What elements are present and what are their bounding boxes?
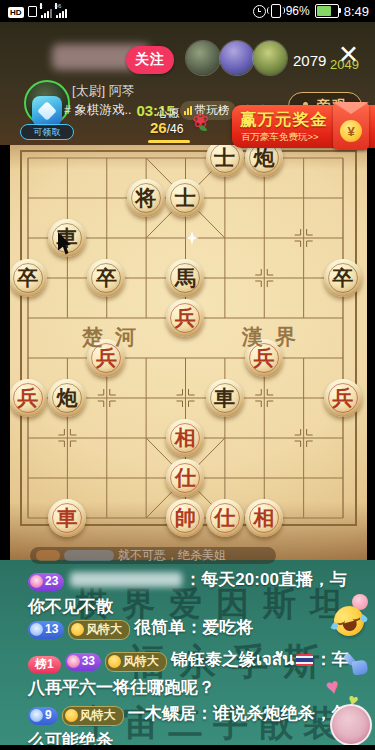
chat-username-blur [70,572,182,587]
prize-banner-subtitle: 百万豪车免费玩>> [241,131,319,144]
board-cell-6-0: 兵 [10,378,47,418]
chat-badge-rank: 榜1 [28,656,61,674]
topic-hashtag[interactable]: # 象棋游戏.. [64,102,131,119]
bar-chart-icon [184,106,192,115]
wish-progress[interactable]: 26/46 [150,119,183,137]
piece-glyph: 卒 [96,267,117,288]
bottom-bar [0,745,375,750]
board-cell-9-5: 仕 [205,498,244,538]
chat-badge-blue: 13 [28,621,64,639]
piece-glyph: 炮 [57,387,78,408]
board-cell-0-5: 士 [205,145,244,178]
black-piece-卒[interactable]: 卒 [87,259,125,297]
chat-username[interactable]: 一木鳏居 [128,704,196,723]
black-piece-車[interactable]: 車 [206,379,244,417]
red-piece-兵[interactable]: 兵 [324,379,362,417]
piece-glyph: 車 [214,387,235,408]
chat-badge-blue: 9 [28,707,58,725]
rose-icon[interactable]: ❀ [192,108,209,132]
viewer-avatar-1[interactable] [186,41,220,75]
board-cell-7-4: 相 [166,418,205,458]
bottom-right-avatar[interactable] [330,704,372,746]
board-cell-3-0: 卒 [10,258,47,298]
chat-badge-fan: 风特大 [62,706,124,726]
thumbs-up-icon[interactable] [342,650,371,679]
board-cell-1-4: 士 [166,178,205,218]
red-piece-仕[interactable]: 仕 [206,499,244,537]
chat-message[interactable]: 13风特大很简单：爱吃将 [28,614,362,641]
piece-glyph: 仕 [175,467,196,488]
chat-badge-fan: 风特大 [105,652,167,672]
vibrate-icon [271,4,281,18]
viewer-avatar-3[interactable] [253,41,287,75]
red-piece-相[interactable]: 相 [245,499,283,537]
board-cell-9-6: 相 [244,498,283,538]
follow-button[interactable]: 关注 [126,46,174,74]
red-piece-相[interactable]: 相 [166,419,204,457]
badge-icon [30,623,43,636]
piece-glyph: 相 [253,507,274,528]
faded-badge-2 [64,550,114,561]
piece-glyph: 士 [214,147,235,168]
black-piece-士[interactable]: 士 [166,179,204,217]
signal-icon-2: 46 [56,5,67,18]
viewer-count: 2079 [293,52,326,69]
piece-glyph: 士 [175,187,196,208]
red-piece-兵[interactable]: 兵 [166,299,204,337]
piece-glyph: 車 [57,507,78,528]
chat-text: 很简单：爱吃将 [134,618,253,637]
streamer-name: [太尉] 阿琴 [72,82,135,100]
black-piece-炮[interactable]: 炮 [48,379,86,417]
chat-zone: 棋界爱因斯坦 福永孚斯 宇宙二手散装 23：每天20:00直播，与你不见不散13… [0,560,375,745]
faded-badge-1 [36,550,60,561]
faded-chat-text: 就不可恶，绝杀美姐 [118,547,226,564]
faded-chat-message: 就不可恶，绝杀美姐 [30,547,276,564]
river-label-left: 楚河 [82,323,148,351]
black-piece-卒[interactable]: 卒 [324,259,362,297]
board-cell-6-5: 車 [205,378,244,418]
black-piece-将[interactable]: 将 [127,179,165,217]
chat-badge-purple: 33 [65,653,101,671]
piece-glyph: 将 [135,187,156,208]
badge-icon [71,623,84,636]
prize-banner-title: 赢万元奖金 [240,109,328,131]
prize-banner[interactable]: 赢万元奖金 百万豪车免费玩>> ¥ [232,105,375,148]
badge-icon [108,655,121,668]
status-bar: HD x 46 96% 8:49 [0,0,375,22]
chat-message[interactable]: 23：每天20:00直播，与你不见不散 [28,566,362,620]
piece-glyph: 卒 [332,267,353,288]
board-cell-6-8: 兵 [323,378,362,418]
letterbox-right [367,145,375,560]
board-cell-1-3: 将 [126,178,165,218]
red-piece-仕[interactable]: 仕 [166,459,204,497]
red-piece-車[interactable]: 車 [48,499,86,537]
gold-coin-icon: ¥ [340,120,362,142]
chat-message[interactable]: 9风特大一木鳏居：谁说杀炮绝杀，怎么可能绝杀 [28,700,362,750]
sim-icon [28,6,37,17]
alarm-icon [253,5,266,18]
black-piece-馬[interactable]: 馬 [166,259,204,297]
board-cell-3-2: 卒 [87,258,126,298]
hd-icon: HD [8,7,24,18]
chat-badge-fan: 风特大 [68,620,130,640]
badge-icon [30,709,43,722]
piece-glyph: 仕 [214,507,235,528]
board-cell-3-8: 卒 [323,258,362,298]
black-piece-士[interactable]: 士 [206,145,244,177]
badge-icon [65,709,78,722]
chat-username[interactable]: 锦钰泰之缘เจสัน [171,650,294,669]
gift-claim-icon[interactable] [32,96,62,126]
badge-icon [30,575,43,588]
board-cell-8-4: 仕 [166,458,205,498]
piece-glyph: 相 [175,427,196,448]
status-right-icons: 96% 8:49 [253,3,369,19]
piece-glyph: 馬 [175,267,196,288]
viewer-avatar-2[interactable] [220,41,254,75]
board-cell-9-4: 帥 [166,498,205,538]
piece-glyph: 兵 [17,387,38,408]
wish-underline [148,140,190,143]
black-piece-卒[interactable]: 卒 [10,259,47,297]
letterbox-left [0,145,10,560]
chat-message[interactable]: 榜133风特大锦钰泰之缘เจสัน：车八再平六一将往哪跑呢？ [28,646,362,701]
clock-time: 8:49 [344,4,369,19]
badge-icon [67,655,80,668]
red-envelope-icon: ¥ [333,102,369,150]
signal-icon-1: x [41,5,52,18]
thai-flag-icon [296,654,313,666]
board-cell-0-6: 炮 [244,145,283,178]
chat-badge-purple: 23 [28,573,64,591]
river-label-right: 漢界 [242,323,308,351]
red-piece-兵[interactable]: 兵 [10,379,47,417]
piece-grid: 士炮将士車卒卒馬卒兵兵兵兵炮車兵相仕車帥仕相 [10,145,362,538]
battery-icon [315,4,339,18]
piece-glyph: 帥 [175,507,196,528]
claim-badge[interactable]: 可领取 [20,124,74,140]
piece-glyph: 兵 [332,387,353,408]
piece-glyph: 兵 [175,307,196,328]
status-left-icons: HD x 46 [8,4,67,18]
board-cell-4-4: 兵 [166,298,205,338]
xiangqi-board: 楚河 漢界 士炮将士車卒卒馬卒兵兵兵兵炮車兵相仕車帥仕相 [10,145,367,560]
board-cell-3-4: 馬 [166,258,205,298]
battery-percent: 96% [286,4,310,18]
red-piece-帥[interactable]: 帥 [166,499,204,537]
board-cell-6-1: 炮 [47,378,86,418]
piece-glyph: 炮 [253,147,274,168]
gem-icon [37,101,57,121]
close-icon[interactable]: ✕ [338,42,359,67]
piece-glyph: 卒 [17,267,38,288]
black-piece-炮[interactable]: 炮 [245,145,283,177]
board-cell-9-1: 車 [47,498,86,538]
